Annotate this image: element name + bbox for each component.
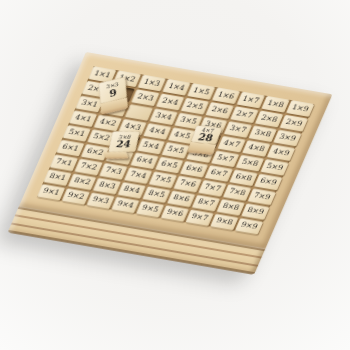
cube-1x5[interactable]: 1×5 (187, 83, 215, 100)
cube-5x9[interactable]: 5×9 (260, 159, 288, 176)
cube-6x1[interactable]: 6×1 (56, 140, 84, 157)
cube-8x5[interactable]: 8×5 (142, 186, 170, 203)
cube-4x2[interactable]: 4×2 (94, 115, 122, 132)
cube-8x1[interactable]: 8×1 (43, 169, 71, 186)
answer-text: 9 (109, 88, 117, 99)
cube-7x5[interactable]: 7×5 (149, 171, 177, 188)
cube-7x8[interactable]: 7×8 (223, 184, 251, 201)
cube-9x1[interactable]: 9×1 (37, 184, 65, 201)
cell-3x3-blank[interactable] (125, 104, 153, 121)
cube-7x7[interactable]: 7×7 (198, 180, 226, 197)
cube-7x1[interactable]: 7×1 (50, 154, 78, 171)
cube-2x8[interactable]: 2×8 (255, 111, 283, 128)
cube-6x9[interactable]: 6×9 (254, 174, 282, 191)
cube-5x7[interactable]: 5×7 (211, 151, 239, 168)
cube-8x8[interactable]: 8×8 (217, 199, 245, 216)
cube-3x4[interactable]: 3×4 (150, 108, 178, 125)
cube-1x8[interactable]: 1×8 (261, 96, 289, 113)
cube-9x8[interactable]: 9×8 (210, 214, 238, 231)
cube-grid: 1×11×21×31×41×51×61×71×81×92×12×32×42×52… (37, 66, 315, 235)
answer-text: 24 (115, 140, 132, 149)
cube-6x5[interactable]: 6×5 (155, 157, 183, 174)
cube-4x8[interactable]: 4×8 (242, 140, 270, 157)
cube-7x9[interactable]: 7×9 (248, 188, 276, 205)
cube-2x6[interactable]: 2×6 (205, 102, 233, 119)
cube-1x6[interactable]: 1×6 (212, 87, 240, 104)
cube-2x4[interactable]: 2×4 (156, 94, 184, 111)
cube-3x8[interactable]: 3×8 (249, 125, 277, 142)
cube-9x2[interactable]: 9×2 (62, 188, 90, 205)
cube-7x3[interactable]: 7×3 (99, 163, 127, 180)
cube-6x8[interactable]: 6×8 (229, 170, 257, 187)
cube-4x4[interactable]: 4×4 (143, 123, 171, 140)
multiplication-board: 1×11×21×31×41×51×61×71×81×92×12×32×42×52… (8, 52, 333, 275)
cube-8x9[interactable]: 8×9 (241, 203, 269, 220)
cube-8x7[interactable]: 8×7 (192, 195, 220, 212)
cube-7x2[interactable]: 7×2 (74, 159, 102, 176)
cube-7x6[interactable]: 7×6 (173, 176, 201, 193)
cube-5x8[interactable]: 5×8 (236, 155, 264, 172)
cube-9x5[interactable]: 9×5 (136, 201, 164, 218)
cube-5x5[interactable]: 5×5 (161, 142, 189, 159)
cube-1x7[interactable]: 1×7 (237, 92, 265, 109)
cube-2x3[interactable]: 2×3 (131, 89, 159, 106)
cube-1x4[interactable]: 1×4 (162, 79, 190, 96)
cube-9x3[interactable]: 9×3 (86, 192, 114, 209)
cube-2x7[interactable]: 2×7 (230, 106, 258, 123)
answer-text: 28 (197, 132, 214, 143)
cube-9x6[interactable]: 9×6 (161, 205, 189, 222)
cube-1x3[interactable]: 1×3 (138, 75, 166, 92)
cube-4x1[interactable]: 4×1 (69, 110, 97, 127)
cube-8x3[interactable]: 8×3 (93, 178, 121, 195)
cube-4x9[interactable]: 4×9 (267, 144, 295, 161)
cube-8x6[interactable]: 8×6 (167, 190, 195, 207)
cube-1x9[interactable]: 1×9 (286, 100, 314, 117)
cube-5x4[interactable]: 5×4 (137, 138, 165, 155)
answer-face-24: 3×8 24 (108, 131, 140, 152)
cube-3x7[interactable]: 3×7 (224, 121, 252, 138)
cube-side-face (103, 152, 129, 159)
cube-3x9[interactable]: 3×9 (273, 130, 301, 147)
cube-5x1[interactable]: 5×1 (62, 125, 90, 142)
cube-2x5[interactable]: 2×5 (181, 98, 209, 115)
cube-7x4[interactable]: 7×4 (124, 167, 152, 184)
cube-9x4[interactable]: 9×4 (111, 197, 139, 214)
product-photo-scene: 1×11×21×31×41×51×61×71×81×92×12×32×42×52… (0, 0, 350, 350)
cube-6x7[interactable]: 6×7 (205, 165, 233, 182)
cube-8x2[interactable]: 8×2 (68, 173, 96, 190)
cube-9x7[interactable]: 9×7 (185, 209, 213, 226)
cube-2x9[interactable]: 2×9 (280, 115, 308, 132)
leaning-answer-cube-9[interactable]: 3×3 9 (99, 77, 128, 115)
cube-6x6[interactable]: 6×6 (180, 161, 208, 178)
cube-4x7[interactable]: 4×7 (217, 136, 245, 153)
cube-8x4[interactable]: 8×4 (118, 182, 146, 199)
cube-9x9[interactable]: 9×9 (235, 218, 263, 235)
